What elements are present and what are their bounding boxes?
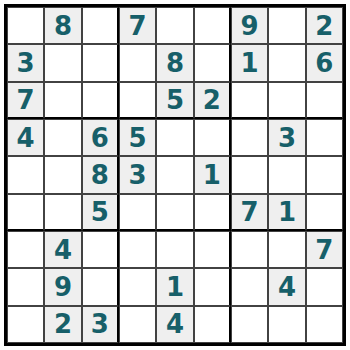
- cell-r7c4-empty[interactable]: [119, 231, 156, 268]
- cell-r8c4-empty[interactable]: [119, 268, 156, 305]
- cell-r2c6-empty[interactable]: [194, 44, 231, 81]
- cell-r4c3-given-digit: 6: [82, 119, 119, 156]
- cell-r6c3-given-digit: 5: [82, 194, 119, 231]
- cell-r2c4-empty[interactable]: [119, 44, 156, 81]
- cell-r2c2-empty[interactable]: [44, 44, 81, 81]
- cell-r8c6-empty[interactable]: [194, 268, 231, 305]
- cell-r1c9-given-digit: 2: [306, 7, 343, 44]
- cell-r6c4-empty[interactable]: [119, 194, 156, 231]
- cell-r2c7-given-digit: 1: [231, 44, 268, 81]
- cell-r7c9-given-digit: 7: [306, 231, 343, 268]
- cell-r9c4-empty[interactable]: [119, 306, 156, 343]
- cell-r5c7-empty[interactable]: [231, 156, 268, 193]
- cell-r9c1-empty[interactable]: [7, 306, 44, 343]
- cell-r3c2-empty[interactable]: [44, 82, 81, 119]
- cell-r7c1-empty[interactable]: [7, 231, 44, 268]
- cell-r9c5-given-digit: 4: [156, 306, 193, 343]
- cell-r9c7-empty[interactable]: [231, 306, 268, 343]
- cell-r7c7-empty[interactable]: [231, 231, 268, 268]
- cell-r3c9-empty[interactable]: [306, 82, 343, 119]
- sudoku-board: 87923816752465383157147914234: [4, 4, 346, 346]
- cell-r3c6-given-digit: 2: [194, 82, 231, 119]
- cell-r6c5-empty[interactable]: [156, 194, 193, 231]
- cell-r6c2-empty[interactable]: [44, 194, 81, 231]
- cell-r4c8-given-digit: 3: [268, 119, 305, 156]
- cell-r2c9-given-digit: 6: [306, 44, 343, 81]
- cell-r6c1-empty[interactable]: [7, 194, 44, 231]
- cell-r7c3-empty[interactable]: [82, 231, 119, 268]
- cell-r8c3-empty[interactable]: [82, 268, 119, 305]
- cell-r4c5-empty[interactable]: [156, 119, 193, 156]
- cell-r1c2-given-digit: 8: [44, 7, 81, 44]
- cell-r4c2-empty[interactable]: [44, 119, 81, 156]
- cell-r3c3-empty[interactable]: [82, 82, 119, 119]
- cell-r3c8-empty[interactable]: [268, 82, 305, 119]
- cell-r1c6-empty[interactable]: [194, 7, 231, 44]
- cell-r5c8-empty[interactable]: [268, 156, 305, 193]
- cell-r9c8-empty[interactable]: [268, 306, 305, 343]
- cell-r7c2-given-digit: 4: [44, 231, 81, 268]
- cell-r4c6-empty[interactable]: [194, 119, 231, 156]
- cell-r8c7-empty[interactable]: [231, 268, 268, 305]
- cell-r1c1-empty[interactable]: [7, 7, 44, 44]
- cell-r5c6-given-digit: 1: [194, 156, 231, 193]
- cell-r5c3-given-digit: 8: [82, 156, 119, 193]
- cell-r1c5-empty[interactable]: [156, 7, 193, 44]
- cell-r4c1-given-digit: 4: [7, 119, 44, 156]
- cell-r1c3-empty[interactable]: [82, 7, 119, 44]
- cell-r7c6-empty[interactable]: [194, 231, 231, 268]
- cell-r5c1-empty[interactable]: [7, 156, 44, 193]
- cell-r1c4-given-digit: 7: [119, 7, 156, 44]
- cell-r5c9-empty[interactable]: [306, 156, 343, 193]
- cell-r6c6-empty[interactable]: [194, 194, 231, 231]
- cell-r9c9-empty[interactable]: [306, 306, 343, 343]
- cell-r7c8-empty[interactable]: [268, 231, 305, 268]
- cell-r3c1-given-digit: 7: [7, 82, 44, 119]
- cell-r9c3-given-digit: 3: [82, 306, 119, 343]
- cell-r5c2-empty[interactable]: [44, 156, 81, 193]
- cell-r9c2-given-digit: 2: [44, 306, 81, 343]
- cell-r7c5-empty[interactable]: [156, 231, 193, 268]
- cell-r8c2-given-digit: 9: [44, 268, 81, 305]
- cell-r4c4-given-digit: 5: [119, 119, 156, 156]
- cell-r6c8-given-digit: 1: [268, 194, 305, 231]
- cell-r9c6-empty[interactable]: [194, 306, 231, 343]
- cell-r2c3-empty[interactable]: [82, 44, 119, 81]
- cell-r1c8-empty[interactable]: [268, 7, 305, 44]
- cell-r8c1-empty[interactable]: [7, 268, 44, 305]
- cell-r5c4-given-digit: 3: [119, 156, 156, 193]
- cell-r2c8-empty[interactable]: [268, 44, 305, 81]
- cell-r4c7-empty[interactable]: [231, 119, 268, 156]
- cell-r8c9-empty[interactable]: [306, 268, 343, 305]
- cell-r3c5-given-digit: 5: [156, 82, 193, 119]
- cell-r4c9-empty[interactable]: [306, 119, 343, 156]
- cell-r1c7-given-digit: 9: [231, 7, 268, 44]
- cell-r8c5-given-digit: 1: [156, 268, 193, 305]
- cell-r5c5-empty[interactable]: [156, 156, 193, 193]
- cell-r6c7-given-digit: 7: [231, 194, 268, 231]
- cell-r2c1-given-digit: 3: [7, 44, 44, 81]
- cell-r3c7-empty[interactable]: [231, 82, 268, 119]
- cell-r3c4-empty[interactable]: [119, 82, 156, 119]
- cell-r6c9-empty[interactable]: [306, 194, 343, 231]
- cell-r8c8-given-digit: 4: [268, 268, 305, 305]
- cell-r2c5-given-digit: 8: [156, 44, 193, 81]
